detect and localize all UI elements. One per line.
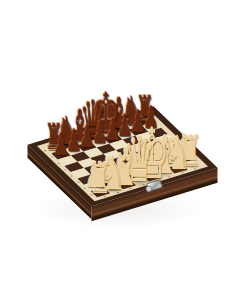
piece-white-rook-a1[interactable]: ♜ [89,157,111,200]
product-photo: a8b7c6d5e4f3g2h1 ♜♞♟♝♟♚♟♛♟♝♟♞♟♜♟♟♟♟♜♟♞♟♝… [0,0,240,303]
piece-black-pawn-a7[interactable]: ♟ [53,129,69,160]
